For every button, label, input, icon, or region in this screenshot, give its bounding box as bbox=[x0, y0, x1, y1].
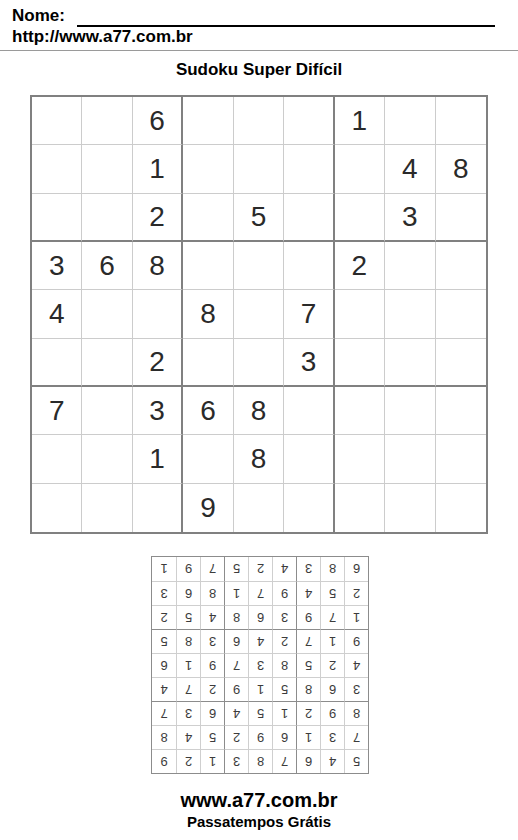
sudoku-cell-r3c1[interactable] bbox=[32, 194, 82, 242]
sudoku-cell-r9c6[interactable] bbox=[284, 484, 334, 532]
sudoku-cell-r9c9[interactable] bbox=[436, 484, 486, 532]
sudoku-cell-r3c7[interactable] bbox=[335, 194, 385, 242]
name-blank-line bbox=[77, 9, 495, 27]
sudoku-cell-r7c1[interactable]: 7 bbox=[32, 387, 82, 435]
solution-cell-r5c3: 5 bbox=[296, 653, 320, 677]
sudoku-cell-r5c8[interactable] bbox=[385, 290, 435, 338]
solution-cell-r2c6: 2 bbox=[224, 725, 248, 749]
solution-cell-r3c4: 1 bbox=[272, 701, 296, 725]
header-divider bbox=[0, 50, 518, 51]
sudoku-cell-r7c8[interactable] bbox=[385, 387, 435, 435]
solution-cell-r3c5: 5 bbox=[248, 701, 272, 725]
solution-cell-r1c7: 1 bbox=[200, 749, 224, 773]
sudoku-cell-r9c1[interactable] bbox=[32, 484, 82, 532]
sudoku-cell-r4c8[interactable] bbox=[385, 242, 435, 290]
solution-cell-r7c5: 6 bbox=[248, 605, 272, 629]
solution-cell-r7c4: 3 bbox=[272, 605, 296, 629]
solution-cell-r5c6: 7 bbox=[224, 653, 248, 677]
solution-cell-r4c3: 8 bbox=[296, 677, 320, 701]
solution-cell-r6c1: 9 bbox=[344, 629, 368, 653]
sudoku-cell-r1c1[interactable] bbox=[32, 97, 82, 145]
solution-cell-r1c8: 2 bbox=[176, 749, 200, 773]
solution-cell-r5c2: 2 bbox=[320, 653, 344, 677]
sudoku-cell-r2c8[interactable]: 4 bbox=[385, 145, 435, 193]
solution-cell-r3c7: 6 bbox=[200, 701, 224, 725]
sudoku-cell-r9c3[interactable] bbox=[133, 484, 183, 532]
solution-cell-r2c2: 3 bbox=[320, 725, 344, 749]
sudoku-cell-r2c9[interactable]: 8 bbox=[436, 145, 486, 193]
solution-cell-r6c6: 6 bbox=[224, 629, 248, 653]
solution-cell-r2c8: 4 bbox=[176, 725, 200, 749]
sudoku-cell-r5c7[interactable] bbox=[335, 290, 385, 338]
solution-cell-r7c8: 5 bbox=[176, 605, 200, 629]
solution-cell-r4c8: 7 bbox=[176, 677, 200, 701]
solution-cell-r4c5: 1 bbox=[248, 677, 272, 701]
solution-cell-r8c7: 8 bbox=[200, 581, 224, 605]
solution-cell-r6c7: 3 bbox=[200, 629, 224, 653]
sudoku-cell-r2c7[interactable] bbox=[335, 145, 385, 193]
name-label: Nome: bbox=[12, 6, 65, 26]
sudoku-cell-r1c3[interactable]: 6 bbox=[133, 97, 183, 145]
sudoku-cell-r6c1[interactable] bbox=[32, 339, 82, 387]
solution-cell-r6c5: 4 bbox=[248, 629, 272, 653]
sudoku-cell-r2c4[interactable] bbox=[183, 145, 233, 193]
sudoku-cell-r1c4[interactable] bbox=[183, 97, 233, 145]
solution-cell-r6c4: 2 bbox=[272, 629, 296, 653]
sudoku-cell-r9c5[interactable] bbox=[234, 484, 284, 532]
sudoku-cell-r7c2[interactable] bbox=[82, 387, 132, 435]
sudoku-cell-r9c4[interactable]: 9 bbox=[183, 484, 233, 532]
sudoku-cell-r6c5[interactable] bbox=[234, 339, 284, 387]
sudoku-cell-r6c3[interactable]: 2 bbox=[133, 339, 183, 387]
sudoku-cell-r6c6[interactable]: 3 bbox=[284, 339, 334, 387]
sudoku-cell-r1c8[interactable] bbox=[385, 97, 435, 145]
solution-cell-r1c5: 8 bbox=[248, 749, 272, 773]
solution-cell-r1c9: 9 bbox=[152, 749, 176, 773]
solution-cell-r2c9: 8 bbox=[152, 725, 176, 749]
solution-cell-r6c3: 7 bbox=[296, 629, 320, 653]
sudoku-cell-r1c9[interactable] bbox=[436, 97, 486, 145]
solution-cell-r1c4: 7 bbox=[272, 749, 296, 773]
sudoku-cell-r7c9[interactable] bbox=[436, 387, 486, 435]
solution-cell-r3c2: 9 bbox=[320, 701, 344, 725]
sudoku-cell-r4c4[interactable] bbox=[183, 242, 233, 290]
sudoku-cell-r4c6[interactable] bbox=[284, 242, 334, 290]
solution-cell-r1c2: 4 bbox=[320, 749, 344, 773]
sudoku-cell-r8c9[interactable] bbox=[436, 435, 486, 483]
sudoku-cell-r1c7[interactable]: 1 bbox=[335, 97, 385, 145]
solution-cell-r8c3: 4 bbox=[296, 581, 320, 605]
sudoku-cell-r4c9[interactable] bbox=[436, 242, 486, 290]
solution-cell-r3c9: 7 bbox=[152, 701, 176, 725]
solution-cell-r5c5: 3 bbox=[248, 653, 272, 677]
sudoku-cell-r8c4[interactable] bbox=[183, 435, 233, 483]
solution-cell-r8c8: 6 bbox=[176, 581, 200, 605]
solution-cell-r9c6: 5 bbox=[224, 557, 248, 581]
sudoku-cell-r7c5[interactable]: 8 bbox=[234, 387, 284, 435]
solution-cell-r7c2: 7 bbox=[320, 605, 344, 629]
solution-cell-r9c1: 6 bbox=[344, 557, 368, 581]
solution-cell-r9c2: 8 bbox=[320, 557, 344, 581]
solution-cell-r7c9: 2 bbox=[152, 605, 176, 629]
sudoku-cell-r3c5[interactable]: 5 bbox=[234, 194, 284, 242]
solution-cell-r3c6: 4 bbox=[224, 701, 248, 725]
sudoku-cell-r4c7[interactable]: 2 bbox=[335, 242, 385, 290]
solution-cell-r7c7: 4 bbox=[200, 605, 224, 629]
sudoku-cell-r5c4[interactable]: 8 bbox=[183, 290, 233, 338]
sudoku-cell-r2c1[interactable] bbox=[32, 145, 82, 193]
sudoku-cell-r6c8[interactable] bbox=[385, 339, 435, 387]
sudoku-cell-r8c2[interactable] bbox=[82, 435, 132, 483]
main-sudoku-grid: 611482533682487237368189 bbox=[30, 95, 488, 534]
sudoku-cell-r7c7[interactable] bbox=[335, 387, 385, 435]
solution-cell-r3c3: 2 bbox=[296, 701, 320, 725]
solution-cell-r4c1: 3 bbox=[344, 677, 368, 701]
solution-cell-r9c3: 3 bbox=[296, 557, 320, 581]
sudoku-cell-r8c8[interactable] bbox=[385, 435, 435, 483]
page: Nome: http://www.a77.com.br Sudoku Super… bbox=[0, 0, 518, 840]
sudoku-cell-r8c5[interactable]: 8 bbox=[234, 435, 284, 483]
sudoku-cell-r6c9[interactable] bbox=[436, 339, 486, 387]
solution-cell-r9c5: 2 bbox=[248, 557, 272, 581]
sudoku-cell-r4c2[interactable]: 6 bbox=[82, 242, 132, 290]
sudoku-cell-r5c5[interactable] bbox=[234, 290, 284, 338]
header-url: http://www.a77.com.br bbox=[12, 27, 193, 47]
sudoku-cell-r8c7[interactable] bbox=[335, 435, 385, 483]
sudoku-cell-r9c7[interactable] bbox=[335, 484, 385, 532]
sudoku-cell-r9c2[interactable] bbox=[82, 484, 132, 532]
solution-cell-r3c1: 8 bbox=[344, 701, 368, 725]
sudoku-cell-r3c4[interactable] bbox=[183, 194, 233, 242]
solution-cell-r8c1: 2 bbox=[344, 581, 368, 605]
sudoku-cell-r2c2[interactable] bbox=[82, 145, 132, 193]
solution-cell-r2c5: 9 bbox=[248, 725, 272, 749]
sudoku-cell-r8c1[interactable] bbox=[32, 435, 82, 483]
sudoku-cell-r1c5[interactable] bbox=[234, 97, 284, 145]
solution-cell-r1c3: 6 bbox=[296, 749, 320, 773]
solution-cell-r2c1: 7 bbox=[344, 725, 368, 749]
sudoku-cell-r2c6[interactable] bbox=[284, 145, 334, 193]
solution-cell-r2c4: 6 bbox=[272, 725, 296, 749]
solution-cell-r4c6: 9 bbox=[224, 677, 248, 701]
solution-cell-r8c6: 1 bbox=[224, 581, 248, 605]
sudoku-cell-r7c3[interactable]: 3 bbox=[133, 387, 183, 435]
sudoku-cell-r5c6[interactable]: 7 bbox=[284, 290, 334, 338]
solution-cell-r5c9: 6 bbox=[152, 653, 176, 677]
solution-cell-r9c7: 7 bbox=[200, 557, 224, 581]
footer-tagline: Passatempos Grátis bbox=[0, 813, 518, 830]
solution-cell-r6c8: 8 bbox=[176, 629, 200, 653]
solution-cell-r1c1: 5 bbox=[344, 749, 368, 773]
sudoku-cell-r3c2[interactable] bbox=[82, 194, 132, 242]
sudoku-cell-r1c2[interactable] bbox=[82, 97, 132, 145]
solution-cell-r8c9: 3 bbox=[152, 581, 176, 605]
sudoku-cell-r9c8[interactable] bbox=[385, 484, 435, 532]
footer-site: www.a77.com.br bbox=[0, 789, 518, 812]
solution-cell-r9c9: 1 bbox=[152, 557, 176, 581]
solution-cell-r4c9: 4 bbox=[152, 677, 176, 701]
solution-cell-r9c8: 9 bbox=[176, 557, 200, 581]
page-title: Sudoku Super Difícil bbox=[0, 60, 518, 80]
solution-cell-r7c3: 9 bbox=[296, 605, 320, 629]
sudoku-cell-r1c6[interactable] bbox=[284, 97, 334, 145]
sudoku-cell-r3c6[interactable] bbox=[284, 194, 334, 242]
solution-cell-r4c4: 5 bbox=[272, 677, 296, 701]
sudoku-cell-r6c4[interactable] bbox=[183, 339, 233, 387]
sudoku-cell-r5c3[interactable] bbox=[133, 290, 183, 338]
solution-cell-r5c4: 8 bbox=[272, 653, 296, 677]
solution-cell-r8c2: 5 bbox=[320, 581, 344, 605]
sudoku-cell-r2c5[interactable] bbox=[234, 145, 284, 193]
solution-cell-r4c7: 2 bbox=[200, 677, 224, 701]
solution-cell-r7c6: 8 bbox=[224, 605, 248, 629]
solution-cell-r4c2: 6 bbox=[320, 677, 344, 701]
solution-cell-r8c4: 9 bbox=[272, 581, 296, 605]
sudoku-cell-r7c6[interactable] bbox=[284, 387, 334, 435]
sudoku-cell-r5c2[interactable] bbox=[82, 290, 132, 338]
solution-cell-r7c1: 1 bbox=[344, 605, 368, 629]
sudoku-cell-r3c8[interactable]: 3 bbox=[385, 194, 435, 242]
solution-cell-r5c1: 4 bbox=[344, 653, 368, 677]
solution-cell-r1c6: 3 bbox=[224, 749, 248, 773]
sudoku-cell-r2c3[interactable]: 1 bbox=[133, 145, 183, 193]
solution-grid-rotated: 5467831297316925488921546373685192744258… bbox=[151, 556, 369, 774]
solution-cell-r8c5: 7 bbox=[248, 581, 272, 605]
solution-cell-r6c9: 5 bbox=[152, 629, 176, 653]
sudoku-cell-r4c5[interactable] bbox=[234, 242, 284, 290]
sudoku-cell-r6c7[interactable] bbox=[335, 339, 385, 387]
sudoku-cell-r4c3[interactable]: 8 bbox=[133, 242, 183, 290]
solution-cell-r3c8: 3 bbox=[176, 701, 200, 725]
sudoku-cell-r8c6[interactable] bbox=[284, 435, 334, 483]
solution-cell-r2c3: 1 bbox=[296, 725, 320, 749]
sudoku-cell-r3c3[interactable]: 2 bbox=[133, 194, 183, 242]
solution-cell-r9c4: 4 bbox=[272, 557, 296, 581]
solution-cell-r6c2: 1 bbox=[320, 629, 344, 653]
sudoku-cell-r4c1[interactable]: 3 bbox=[32, 242, 82, 290]
sudoku-cell-r3c9[interactable] bbox=[436, 194, 486, 242]
sudoku-cell-r5c1[interactable]: 4 bbox=[32, 290, 82, 338]
sudoku-cell-r7c4[interactable]: 6 bbox=[183, 387, 233, 435]
sudoku-cell-r5c9[interactable] bbox=[436, 290, 486, 338]
sudoku-cell-r6c2[interactable] bbox=[82, 339, 132, 387]
solution-cell-r5c7: 9 bbox=[200, 653, 224, 677]
solution-cell-r5c8: 1 bbox=[176, 653, 200, 677]
sudoku-cell-r8c3[interactable]: 1 bbox=[133, 435, 183, 483]
solution-cell-r2c7: 5 bbox=[200, 725, 224, 749]
